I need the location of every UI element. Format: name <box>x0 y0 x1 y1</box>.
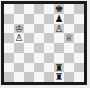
square-a5[interactable] <box>4 33 14 43</box>
black-rook-piece: ♜ <box>55 63 64 72</box>
square-h5[interactable] <box>74 33 84 43</box>
square-d5[interactable] <box>34 33 44 43</box>
square-g8[interactable] <box>64 4 74 14</box>
black-king-piece: ♚ <box>55 4 64 13</box>
square-c1[interactable] <box>24 72 34 82</box>
square-a2[interactable] <box>4 63 14 73</box>
square-e4[interactable] <box>44 43 54 53</box>
square-f8[interactable]: ♚ <box>54 4 64 14</box>
square-f6[interactable]: ♙ <box>54 24 64 34</box>
square-h2[interactable] <box>74 63 84 73</box>
square-e7[interactable] <box>44 14 54 24</box>
square-e1[interactable] <box>44 72 54 82</box>
square-b1[interactable] <box>14 72 24 82</box>
white-pawn-piece: ♙ <box>55 24 64 33</box>
square-g3[interactable] <box>64 53 74 63</box>
chess-board: ♚♟♔♙♙♕♜♜ <box>1 1 87 85</box>
square-e2[interactable] <box>44 63 54 73</box>
black-rook-piece: ♜ <box>55 72 64 81</box>
square-h7[interactable] <box>74 14 84 24</box>
square-b7[interactable] <box>14 14 24 24</box>
square-d1[interactable] <box>34 72 44 82</box>
square-d4[interactable] <box>34 43 44 53</box>
square-e8[interactable] <box>44 4 54 14</box>
square-d7[interactable] <box>34 14 44 24</box>
square-h3[interactable] <box>74 53 84 63</box>
white-queen-piece: ♕ <box>65 33 74 42</box>
square-e6[interactable] <box>44 24 54 34</box>
square-c8[interactable] <box>24 4 34 14</box>
square-d8[interactable] <box>34 4 44 14</box>
square-h4[interactable] <box>74 43 84 53</box>
square-g4[interactable] <box>64 43 74 53</box>
square-g6[interactable] <box>64 24 74 34</box>
square-g5[interactable]: ♕ <box>64 33 74 43</box>
square-c3[interactable] <box>24 53 34 63</box>
white-king-piece: ♔ <box>15 24 24 33</box>
square-e3[interactable] <box>44 53 54 63</box>
black-pawn-piece: ♟ <box>55 14 64 23</box>
square-c6[interactable] <box>24 24 34 34</box>
square-b2[interactable] <box>14 63 24 73</box>
square-a7[interactable] <box>4 14 14 24</box>
square-a1[interactable] <box>4 72 14 82</box>
square-h1[interactable] <box>74 72 84 82</box>
square-h6[interactable] <box>74 24 84 34</box>
square-g7[interactable] <box>64 14 74 24</box>
square-a3[interactable] <box>4 53 14 63</box>
square-e5[interactable] <box>44 33 54 43</box>
square-a6[interactable] <box>4 24 14 34</box>
square-g2[interactable] <box>64 63 74 73</box>
square-f7[interactable]: ♟ <box>54 14 64 24</box>
square-b3[interactable] <box>14 53 24 63</box>
square-c7[interactable] <box>24 14 34 24</box>
square-f2[interactable]: ♜ <box>54 63 64 73</box>
square-h8[interactable] <box>74 4 84 14</box>
square-f4[interactable] <box>54 43 64 53</box>
square-f1[interactable]: ♜ <box>54 72 64 82</box>
square-b8[interactable] <box>14 4 24 14</box>
square-c5[interactable] <box>24 33 34 43</box>
square-d2[interactable] <box>34 63 44 73</box>
square-b4[interactable] <box>14 43 24 53</box>
square-f3[interactable] <box>54 53 64 63</box>
square-b5[interactable]: ♙ <box>14 33 24 43</box>
square-f5[interactable] <box>54 33 64 43</box>
square-c2[interactable] <box>24 63 34 73</box>
square-a8[interactable] <box>4 4 14 14</box>
square-d3[interactable] <box>34 53 44 63</box>
square-d6[interactable] <box>34 24 44 34</box>
square-b6[interactable]: ♔ <box>14 24 24 34</box>
square-c4[interactable] <box>24 43 34 53</box>
square-g1[interactable] <box>64 72 74 82</box>
square-a4[interactable] <box>4 43 14 53</box>
white-pawn-piece: ♙ <box>15 33 24 42</box>
